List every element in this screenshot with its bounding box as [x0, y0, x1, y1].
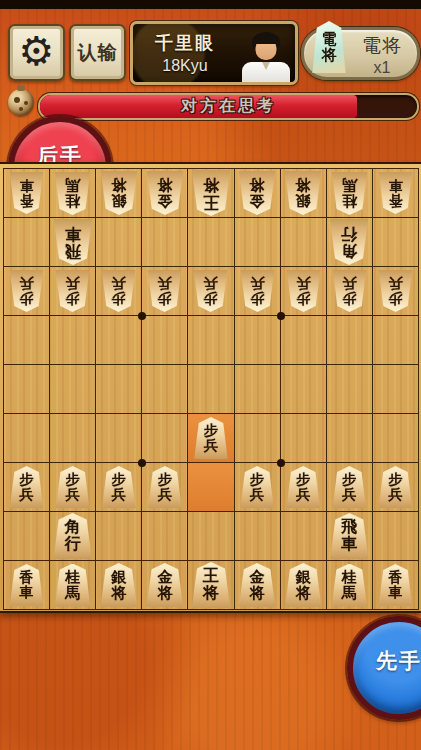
piece-bishop-sente[interactable]: 角行 [53, 513, 93, 559]
piece-lance-gote[interactable]: 香車 [9, 172, 44, 214]
board-cell[interactable] [327, 414, 373, 463]
ai-hint-item-button[interactable]: 電将 電将 x1 [301, 27, 420, 80]
board-cell[interactable]: 桂馬 [327, 561, 373, 610]
star-point [138, 312, 146, 320]
board-cell[interactable]: 步兵 [4, 463, 50, 512]
board-cell[interactable]: 香車 [373, 561, 419, 610]
board-cell[interactable] [142, 365, 188, 414]
board-cell[interactable]: 銀将 [281, 561, 327, 610]
board-cell[interactable] [281, 218, 327, 267]
board-cell[interactable] [188, 365, 234, 414]
thinking-status-text: 对方在思考 [40, 95, 417, 118]
piece-gold-sente[interactable]: 金将 [146, 563, 184, 607]
board-cell[interactable] [142, 512, 188, 561]
sente-badge: 先手 [347, 616, 421, 720]
board-cell[interactable]: 步兵 [235, 463, 281, 512]
piece-pawn-gote[interactable]: 步兵 [147, 270, 182, 312]
item-count: x1 [352, 59, 412, 77]
board-cell[interactable]: 步兵 [327, 463, 373, 512]
board-cell[interactable]: 金将 [235, 561, 281, 610]
board-cell[interactable]: 步兵 [281, 267, 327, 316]
board-cell[interactable]: 王将 [188, 169, 234, 218]
board-cell[interactable]: 飛車 [327, 512, 373, 561]
board-cell[interactable] [142, 218, 188, 267]
board-cell[interactable] [281, 316, 327, 365]
board-cell[interactable] [188, 218, 234, 267]
board-cell[interactable]: 金将 [142, 169, 188, 218]
status-bar-strip [0, 0, 421, 9]
board-cell[interactable] [4, 316, 50, 365]
board-cell[interactable]: 步兵 [96, 267, 142, 316]
piece-king-gote[interactable]: 王将 [191, 170, 231, 216]
star-point [138, 459, 146, 467]
settings-button[interactable]: ⚙ [8, 24, 65, 81]
piece-gold-gote[interactable]: 金将 [238, 171, 276, 215]
piece-pawn-gote[interactable]: 步兵 [240, 270, 275, 312]
board-cell[interactable]: 銀将 [96, 169, 142, 218]
board-cell[interactable] [96, 512, 142, 561]
sente-badge-label: 先手 [376, 647, 421, 675]
piece-pawn-sente[interactable]: 步兵 [9, 466, 44, 508]
board-cell[interactable]: 香車 [373, 169, 419, 218]
piece-knight-sente[interactable]: 桂馬 [54, 564, 91, 607]
piece-rook-sente[interactable]: 飛車 [329, 513, 369, 559]
board-cell[interactable] [373, 316, 419, 365]
board-cell[interactable]: 角行 [50, 512, 96, 561]
board-cell[interactable] [235, 316, 281, 365]
piece-lance-sente[interactable]: 香車 [378, 564, 413, 606]
board-cell[interactable] [50, 414, 96, 463]
board-cell[interactable] [281, 512, 327, 561]
board-cell[interactable]: 步兵 [188, 414, 234, 463]
timer-bomb-icon [8, 89, 34, 116]
resign-button-label: 认输 [78, 40, 118, 66]
piece-pawn-gote[interactable]: 步兵 [193, 270, 228, 312]
item-texts: 電将 x1 [352, 33, 412, 77]
board-cell[interactable] [373, 218, 419, 267]
star-point [277, 459, 285, 467]
board-cell[interactable]: 步兵 [4, 267, 50, 316]
piece-knight-sente[interactable]: 桂馬 [331, 564, 368, 607]
board-cell[interactable] [235, 218, 281, 267]
shogi-board: 香車桂馬銀将金将王将金将銀将桂馬香車飛車角行步兵步兵步兵步兵步兵步兵步兵步兵步兵… [0, 162, 421, 613]
opponent-info: 千里眼 18Kyu [133, 31, 237, 75]
piece-gold-sente[interactable]: 金将 [238, 563, 276, 607]
piece-pawn-gote[interactable]: 步兵 [378, 270, 413, 312]
board-cell[interactable]: 金将 [142, 561, 188, 610]
board-cell[interactable]: 飛車 [50, 218, 96, 267]
piece-knight-gote[interactable]: 桂馬 [54, 172, 91, 215]
board-cell[interactable]: 香車 [4, 561, 50, 610]
piece-silver-gote[interactable]: 銀将 [100, 171, 138, 215]
board-cell[interactable]: 步兵 [188, 267, 234, 316]
piece-pawn-gote[interactable]: 步兵 [286, 270, 321, 312]
board-cell[interactable] [96, 316, 142, 365]
board-cell[interactable]: 桂馬 [50, 561, 96, 610]
piece-silver-sente[interactable]: 銀将 [100, 563, 138, 607]
resign-button[interactable]: 认输 [69, 24, 126, 81]
piece-pawn-sente[interactable]: 步兵 [193, 417, 228, 459]
board-cell[interactable]: 王将 [188, 561, 234, 610]
board-cell[interactable]: 步兵 [142, 463, 188, 512]
board-cell[interactable] [327, 316, 373, 365]
board-cell[interactable]: 步兵 [281, 463, 327, 512]
board-grid[interactable]: 香車桂馬銀将金将王将金将銀将桂馬香車飛車角行步兵步兵步兵步兵步兵步兵步兵步兵步兵… [3, 168, 419, 610]
board-cell[interactable]: 金将 [235, 169, 281, 218]
board-cell[interactable]: 步兵 [50, 267, 96, 316]
board-cell[interactable] [188, 316, 234, 365]
piece-silver-sente[interactable]: 銀将 [284, 563, 322, 607]
piece-pawn-sente[interactable]: 步兵 [286, 466, 321, 508]
board-cell[interactable] [142, 414, 188, 463]
board-cell[interactable]: 步兵 [96, 463, 142, 512]
board-cell[interactable]: 步兵 [373, 463, 419, 512]
piece-pawn-sente[interactable]: 步兵 [147, 466, 182, 508]
board-cell[interactable] [327, 365, 373, 414]
piece-pawn-gote[interactable]: 步兵 [9, 270, 44, 312]
piece-pawn-sente[interactable]: 步兵 [332, 466, 367, 508]
piece-pawn-sente[interactable]: 步兵 [55, 466, 90, 508]
board-cell[interactable]: 步兵 [142, 267, 188, 316]
item-label: 電将 [352, 33, 412, 59]
board-cell[interactable] [235, 512, 281, 561]
board-cell[interactable]: 香車 [4, 169, 50, 218]
board-cell[interactable] [373, 414, 419, 463]
board-cell[interactable] [235, 414, 281, 463]
gear-icon: ⚙ [19, 31, 55, 71]
board-cell[interactable]: 步兵 [50, 463, 96, 512]
piece-bishop-gote[interactable]: 角行 [329, 219, 369, 265]
board-cell[interactable] [188, 512, 234, 561]
board-cell[interactable] [96, 365, 142, 414]
board-cell[interactable] [281, 414, 327, 463]
opponent-name: 千里眼 [133, 31, 237, 55]
board-cell[interactable]: 步兵 [373, 267, 419, 316]
board-cell[interactable] [281, 365, 327, 414]
board-cell[interactable]: 桂馬 [327, 169, 373, 218]
piece-knight-gote[interactable]: 桂馬 [331, 172, 368, 215]
avatar-fringe [254, 36, 278, 44]
board-cell[interactable]: 銀将 [96, 561, 142, 610]
board-cell[interactable] [96, 414, 142, 463]
board-cell[interactable]: 步兵 [235, 267, 281, 316]
thinking-progress-bar: 对方在思考 [38, 93, 419, 120]
star-point [277, 312, 285, 320]
board-cell[interactable] [235, 365, 281, 414]
board-cell[interactable]: 步兵 [327, 267, 373, 316]
board-cell[interactable] [50, 316, 96, 365]
piece-pawn-gote[interactable]: 步兵 [101, 270, 136, 312]
opponent-avatar [237, 30, 295, 82]
shogi-piece-icon: 電将 [312, 21, 346, 73]
board-cell[interactable] [4, 512, 50, 561]
piece-lance-gote[interactable]: 香車 [378, 172, 413, 214]
board-cell[interactable] [188, 463, 234, 512]
board-cell[interactable] [373, 365, 419, 414]
piece-pawn-sente[interactable]: 步兵 [101, 466, 136, 508]
board-cell[interactable]: 桂馬 [50, 169, 96, 218]
board-cell[interactable] [373, 512, 419, 561]
piece-silver-gote[interactable]: 銀将 [284, 171, 322, 215]
board-cell[interactable] [4, 218, 50, 267]
piece-gold-gote[interactable]: 金将 [146, 171, 184, 215]
piece-pawn-sente[interactable]: 步兵 [378, 466, 413, 508]
piece-king-sente[interactable]: 王将 [191, 562, 231, 608]
piece-rook-gote[interactable]: 飛車 [53, 219, 93, 265]
board-cell[interactable]: 銀将 [281, 169, 327, 218]
board-cell[interactable]: 角行 [327, 218, 373, 267]
opponent-rank: 18Kyu [133, 57, 237, 75]
piece-lance-sente[interactable]: 香車 [9, 564, 44, 606]
piece-pawn-gote[interactable]: 步兵 [55, 270, 90, 312]
board-cell[interactable] [4, 414, 50, 463]
piece-pawn-gote[interactable]: 步兵 [332, 270, 367, 312]
opponent-panel[interactable]: 千里眼 18Kyu [130, 21, 298, 85]
piece-pawn-sente[interactable]: 步兵 [240, 466, 275, 508]
board-cell[interactable] [96, 218, 142, 267]
board-cell[interactable] [50, 365, 96, 414]
board-cell[interactable] [142, 316, 188, 365]
board-cell[interactable] [4, 365, 50, 414]
